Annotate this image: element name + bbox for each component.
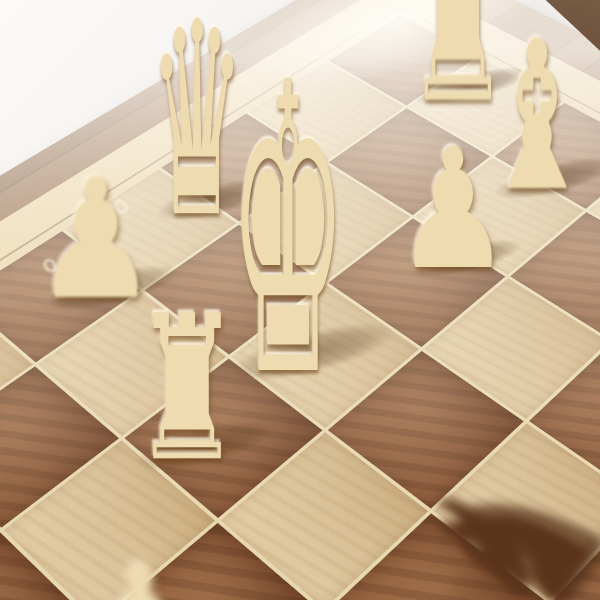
photo-scene: ♛♜♝♚♟♜♟♞♟	[0, 0, 600, 600]
white-pawn: ♟	[60, 541, 221, 600]
white-rook: ♜	[127, 289, 247, 489]
white-pawn: ♟	[388, 127, 517, 293]
